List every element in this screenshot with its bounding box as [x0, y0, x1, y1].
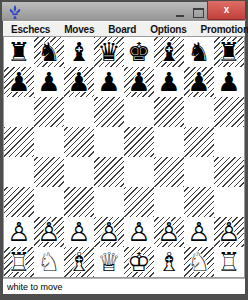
white-r-piece: ♜♖: [214, 247, 244, 277]
square-g4[interactable]: [184, 157, 214, 187]
black-k-piece: ♚: [124, 37, 154, 67]
black-b-piece: ♝: [154, 37, 184, 67]
square-c5[interactable]: [64, 127, 94, 157]
square-c4[interactable]: [64, 157, 94, 187]
square-h7[interactable]: ♟: [214, 67, 244, 97]
square-h2[interactable]: ♟♙: [214, 217, 244, 247]
close-button[interactable]: x: [207, 1, 246, 20]
white-p-piece: ♟♙: [4, 217, 34, 247]
square-a5[interactable]: [4, 127, 34, 157]
square-h1[interactable]: ♜♖: [214, 247, 244, 277]
square-a3[interactable]: [4, 187, 34, 217]
white-b-piece: ♝♗: [154, 247, 184, 277]
square-b1[interactable]: ♞♘: [34, 247, 64, 277]
square-b5[interactable]: [34, 127, 64, 157]
square-g7[interactable]: ♟: [184, 67, 214, 97]
square-b3[interactable]: [34, 187, 64, 217]
square-g8[interactable]: ♞: [184, 37, 214, 67]
square-f1[interactable]: ♝♗: [154, 247, 184, 277]
menu-board[interactable]: Board: [102, 24, 142, 35]
white-r-piece: ♜♖: [4, 247, 34, 277]
square-e4[interactable]: [124, 157, 154, 187]
chess-board: ♜♞♝♛♚♝♞♜♟♟♟♟♟♟♟♟♟♙♟♙♟♙♟♙♟♙♟♙♟♙♟♙♜♖♞♘♝♗♛♕…: [3, 36, 245, 278]
square-d4[interactable]: [94, 157, 124, 187]
white-p-piece: ♟♙: [34, 217, 64, 247]
menu-promotion[interactable]: Promotion: [195, 24, 248, 35]
square-c8[interactable]: ♝: [64, 37, 94, 67]
black-p-piece: ♟: [124, 67, 154, 97]
square-g2[interactable]: ♟♙: [184, 217, 214, 247]
white-n-piece: ♞♘: [184, 247, 214, 277]
maximize-icon: [193, 8, 204, 18]
black-n-piece: ♞: [184, 37, 214, 67]
square-g5[interactable]: [184, 127, 214, 157]
square-h8[interactable]: ♜: [214, 37, 244, 67]
square-h5[interactable]: [214, 127, 244, 157]
square-a2[interactable]: ♟♙: [4, 217, 34, 247]
black-b-piece: ♝: [64, 37, 94, 67]
square-f6[interactable]: [154, 97, 184, 127]
square-a4[interactable]: [4, 157, 34, 187]
square-f8[interactable]: ♝: [154, 37, 184, 67]
menu-moves[interactable]: Moves: [58, 24, 100, 35]
square-f5[interactable]: [154, 127, 184, 157]
white-p-piece: ♟♙: [124, 217, 154, 247]
square-c3[interactable]: [64, 187, 94, 217]
black-r-piece: ♜: [4, 37, 34, 67]
black-p-piece: ♟: [94, 67, 124, 97]
square-d5[interactable]: [94, 127, 124, 157]
white-p-piece: ♟♙: [64, 217, 94, 247]
minimize-icon: [176, 15, 184, 17]
square-f4[interactable]: [154, 157, 184, 187]
square-g3[interactable]: [184, 187, 214, 217]
black-r-piece: ♜: [214, 37, 244, 67]
square-d8[interactable]: ♛: [94, 37, 124, 67]
square-d3[interactable]: [94, 187, 124, 217]
black-p-piece: ♟: [214, 67, 244, 97]
maximize-button[interactable]: [193, 8, 204, 18]
square-b8[interactable]: ♞: [34, 37, 64, 67]
square-a8[interactable]: ♜: [4, 37, 34, 67]
square-e6[interactable]: [124, 97, 154, 127]
square-e5[interactable]: [124, 127, 154, 157]
square-c7[interactable]: ♟: [64, 67, 94, 97]
square-e2[interactable]: ♟♙: [124, 217, 154, 247]
white-q-piece: ♛♕: [94, 247, 124, 277]
square-b6[interactable]: [34, 97, 64, 127]
square-b7[interactable]: ♟: [34, 67, 64, 97]
square-h6[interactable]: [214, 97, 244, 127]
square-d7[interactable]: ♟: [94, 67, 124, 97]
square-f3[interactable]: [154, 187, 184, 217]
square-d1[interactable]: ♛♕: [94, 247, 124, 277]
square-h4[interactable]: [214, 157, 244, 187]
square-f2[interactable]: ♟♙: [154, 217, 184, 247]
black-p-piece: ♟: [4, 67, 34, 97]
status-bar: white to move: [3, 278, 245, 294]
black-p-piece: ♟: [154, 67, 184, 97]
white-n-piece: ♞♘: [34, 247, 64, 277]
square-e7[interactable]: ♟: [124, 67, 154, 97]
fleur-de-lis-icon: [9, 5, 21, 19]
white-p-piece: ♟♙: [154, 217, 184, 247]
eschecs-window: x EschecsMovesBoardOptionsPromotion ♜♞♝♛…: [0, 0, 248, 300]
black-q-piece: ♛: [94, 37, 124, 67]
white-k-piece: ♚♔: [124, 247, 154, 277]
white-p-piece: ♟♙: [94, 217, 124, 247]
square-a7[interactable]: ♟: [4, 67, 34, 97]
black-p-piece: ♟: [184, 67, 214, 97]
square-e8[interactable]: ♚: [124, 37, 154, 67]
menu-options[interactable]: Options: [144, 24, 192, 35]
menu-eschecs[interactable]: Eschecs: [5, 24, 56, 35]
square-c6[interactable]: [64, 97, 94, 127]
black-p-piece: ♟: [34, 67, 64, 97]
square-a6[interactable]: [4, 97, 34, 127]
square-c1[interactable]: ♝♗: [64, 247, 94, 277]
menu-bar: EschecsMovesBoardOptionsPromotion: [3, 21, 245, 36]
square-e3[interactable]: [124, 187, 154, 217]
square-d6[interactable]: [94, 97, 124, 127]
square-b2[interactable]: ♟♙: [34, 217, 64, 247]
square-b4[interactable]: [34, 157, 64, 187]
status-text: white to move: [7, 282, 63, 292]
white-p-piece: ♟♙: [214, 217, 244, 247]
square-h3[interactable]: [214, 187, 244, 217]
square-a1[interactable]: ♜♖: [4, 247, 34, 277]
white-b-piece: ♝♗: [64, 247, 94, 277]
black-n-piece: ♞: [34, 37, 64, 67]
square-g6[interactable]: [184, 97, 214, 127]
square-c2[interactable]: ♟♙: [64, 217, 94, 247]
white-p-piece: ♟♙: [184, 217, 214, 247]
square-e1[interactable]: ♚♔: [124, 247, 154, 277]
black-p-piece: ♟: [64, 67, 94, 97]
minimize-button[interactable]: [174, 7, 186, 19]
square-d2[interactable]: ♟♙: [94, 217, 124, 247]
square-f7[interactable]: ♟: [154, 67, 184, 97]
square-g1[interactable]: ♞♘: [184, 247, 214, 277]
